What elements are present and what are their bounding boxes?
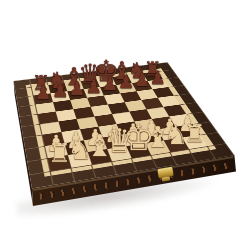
board-border (26, 68, 217, 176)
chess-set-photo: ♜♞♝♛♚♝♞♜♟♟♟♟♟♟♟♟♟♟♟♟♟♟♟♟♜♞♝♛♚♝♞♜ (0, 0, 240, 240)
brass-clasp-hook (162, 176, 171, 181)
